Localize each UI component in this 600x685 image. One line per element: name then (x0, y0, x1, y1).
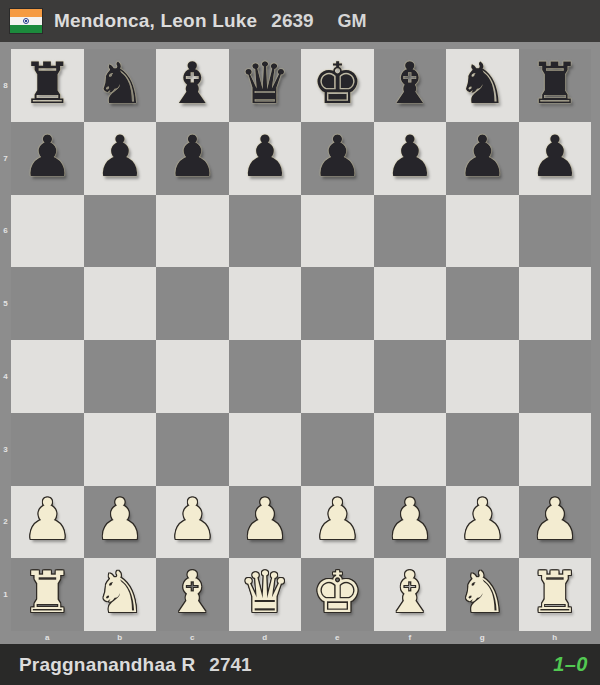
black-player-name: Mendonca, Leon Luke (54, 10, 257, 32)
chess-app-window: Mendonca, Leon Luke 2639 GM ♜♞♝♛♚♝♞♜♟♟♟♟… (0, 0, 600, 685)
rank-label-5: 5 (0, 267, 11, 340)
piece-black-knight[interactable]: ♞ (457, 55, 508, 112)
square-c7[interactable]: ♟ (156, 122, 229, 195)
square-a1[interactable]: ♜ (11, 558, 84, 631)
piece-black-rook[interactable]: ♜ (22, 55, 73, 112)
file-labels: abcdefgh (11, 631, 591, 644)
rank-label-6: 6 (0, 195, 11, 268)
piece-black-pawn[interactable]: ♟ (94, 128, 145, 185)
piece-white-rook[interactable]: ♜ (529, 564, 580, 621)
piece-black-king[interactable]: ♚ (312, 55, 363, 112)
file-label-b: b (84, 631, 157, 644)
file-label-a: a (11, 631, 84, 644)
piece-black-pawn[interactable]: ♟ (239, 128, 290, 185)
square-d8[interactable]: ♛ (229, 49, 302, 122)
piece-black-rook[interactable]: ♜ (529, 55, 580, 112)
square-f2[interactable]: ♟ (374, 486, 447, 559)
square-f7[interactable]: ♟ (374, 122, 447, 195)
piece-white-pawn[interactable]: ♟ (457, 491, 508, 548)
square-a4[interactable] (11, 340, 84, 413)
white-player-name: Praggnanandhaa R (19, 654, 195, 676)
square-a2[interactable]: ♟ (11, 486, 84, 559)
rank-label-7: 7 (0, 122, 11, 195)
piece-white-pawn[interactable]: ♟ (167, 491, 218, 548)
square-b6[interactable] (84, 195, 157, 268)
square-g2[interactable]: ♟ (446, 486, 519, 559)
bottom-player-bar: Praggnanandhaa R 2741 1–0 (0, 644, 600, 685)
square-h7[interactable]: ♟ (519, 122, 592, 195)
square-g5[interactable] (446, 267, 519, 340)
piece-black-pawn[interactable]: ♟ (22, 128, 73, 185)
square-d6[interactable] (229, 195, 302, 268)
square-a7[interactable]: ♟ (11, 122, 84, 195)
square-e3[interactable] (301, 413, 374, 486)
square-a3[interactable] (11, 413, 84, 486)
square-e6[interactable] (301, 195, 374, 268)
square-h5[interactable] (519, 267, 592, 340)
square-f4[interactable] (374, 340, 447, 413)
piece-white-queen[interactable]: ♛ (239, 564, 290, 621)
square-g6[interactable] (446, 195, 519, 268)
black-player-rating: 2639 (271, 10, 313, 32)
square-c8[interactable]: ♝ (156, 49, 229, 122)
square-d7[interactable]: ♟ (229, 122, 302, 195)
file-label-h: h (519, 631, 592, 644)
square-f5[interactable] (374, 267, 447, 340)
piece-white-bishop[interactable]: ♝ (384, 564, 435, 621)
square-c2[interactable]: ♟ (156, 486, 229, 559)
square-d1[interactable]: ♛ (229, 558, 302, 631)
square-a8[interactable]: ♜ (11, 49, 84, 122)
india-flag-icon (10, 9, 42, 33)
piece-white-knight[interactable]: ♞ (457, 564, 508, 621)
piece-black-knight[interactable]: ♞ (94, 55, 145, 112)
square-h3[interactable] (519, 413, 592, 486)
square-a6[interactable] (11, 195, 84, 268)
piece-white-knight[interactable]: ♞ (94, 564, 145, 621)
rank-label-4: 4 (0, 340, 11, 413)
square-e2[interactable]: ♟ (301, 486, 374, 559)
square-g8[interactable]: ♞ (446, 49, 519, 122)
piece-white-pawn[interactable]: ♟ (239, 491, 290, 548)
piece-black-pawn[interactable]: ♟ (384, 128, 435, 185)
file-label-d: d (229, 631, 302, 644)
square-d4[interactable] (229, 340, 302, 413)
square-d5[interactable] (229, 267, 302, 340)
square-e4[interactable] (301, 340, 374, 413)
top-player-bar: Mendonca, Leon Luke 2639 GM (0, 0, 600, 42)
piece-black-pawn[interactable]: ♟ (529, 128, 580, 185)
black-player-title: GM (338, 11, 367, 32)
piece-black-pawn[interactable]: ♟ (457, 128, 508, 185)
square-d3[interactable] (229, 413, 302, 486)
board-frame: ♜♞♝♛♚♝♞♜♟♟♟♟♟♟♟♟♟♟♟♟♟♟♟♟♜♞♝♛♚♝♞♜ 8765432… (0, 42, 600, 644)
square-c4[interactable] (156, 340, 229, 413)
square-h1[interactable]: ♜ (519, 558, 592, 631)
file-label-e: e (301, 631, 374, 644)
square-g1[interactable]: ♞ (446, 558, 519, 631)
square-h2[interactable]: ♟ (519, 486, 592, 559)
square-g3[interactable] (446, 413, 519, 486)
square-b1[interactable]: ♞ (84, 558, 157, 631)
square-f8[interactable]: ♝ (374, 49, 447, 122)
piece-black-pawn[interactable]: ♟ (167, 128, 218, 185)
rank-label-8: 8 (0, 49, 11, 122)
square-g4[interactable] (446, 340, 519, 413)
square-b8[interactable]: ♞ (84, 49, 157, 122)
square-f1[interactable]: ♝ (374, 558, 447, 631)
rank-label-2: 2 (0, 486, 11, 559)
piece-black-bishop[interactable]: ♝ (384, 55, 435, 112)
square-b7[interactable]: ♟ (84, 122, 157, 195)
rank-labels: 87654321 (0, 49, 11, 631)
piece-white-pawn[interactable]: ♟ (384, 491, 435, 548)
square-f6[interactable] (374, 195, 447, 268)
square-b5[interactable] (84, 267, 157, 340)
piece-black-bishop[interactable]: ♝ (167, 55, 218, 112)
file-label-g: g (446, 631, 519, 644)
square-c6[interactable] (156, 195, 229, 268)
square-b2[interactable]: ♟ (84, 486, 157, 559)
square-c1[interactable]: ♝ (156, 558, 229, 631)
square-h8[interactable]: ♜ (519, 49, 592, 122)
piece-white-rook[interactable]: ♜ (22, 564, 73, 621)
piece-white-pawn[interactable]: ♟ (529, 491, 580, 548)
game-result: 1–0 (553, 653, 588, 676)
flag-white-stripe (10, 17, 42, 25)
flag-green-stripe (10, 25, 42, 33)
file-label-f: f (374, 631, 447, 644)
rank-label-3: 3 (0, 413, 11, 486)
square-h6[interactable] (519, 195, 592, 268)
square-b3[interactable] (84, 413, 157, 486)
square-c5[interactable] (156, 267, 229, 340)
flag-saffron-stripe (10, 9, 42, 17)
square-h4[interactable] (519, 340, 592, 413)
square-e5[interactable] (301, 267, 374, 340)
chess-board[interactable]: ♜♞♝♛♚♝♞♜♟♟♟♟♟♟♟♟♟♟♟♟♟♟♟♟♜♞♝♛♚♝♞♜ (11, 49, 591, 631)
piece-black-queen[interactable]: ♛ (239, 55, 290, 112)
file-label-c: c (156, 631, 229, 644)
square-e7[interactable]: ♟ (301, 122, 374, 195)
piece-white-king[interactable]: ♚ (312, 564, 363, 621)
square-b4[interactable] (84, 340, 157, 413)
white-player-rating: 2741 (209, 654, 251, 676)
ashoka-chakra-icon (23, 18, 29, 24)
square-e8[interactable]: ♚ (301, 49, 374, 122)
piece-white-pawn[interactable]: ♟ (22, 491, 73, 548)
square-d2[interactable]: ♟ (229, 486, 302, 559)
square-g7[interactable]: ♟ (446, 122, 519, 195)
square-e1[interactable]: ♚ (301, 558, 374, 631)
square-f3[interactable] (374, 413, 447, 486)
piece-white-pawn[interactable]: ♟ (312, 491, 363, 548)
piece-black-pawn[interactable]: ♟ (312, 128, 363, 185)
piece-white-pawn[interactable]: ♟ (94, 491, 145, 548)
square-c3[interactable] (156, 413, 229, 486)
rank-label-1: 1 (0, 558, 11, 631)
square-a5[interactable] (11, 267, 84, 340)
piece-white-bishop[interactable]: ♝ (167, 564, 218, 621)
